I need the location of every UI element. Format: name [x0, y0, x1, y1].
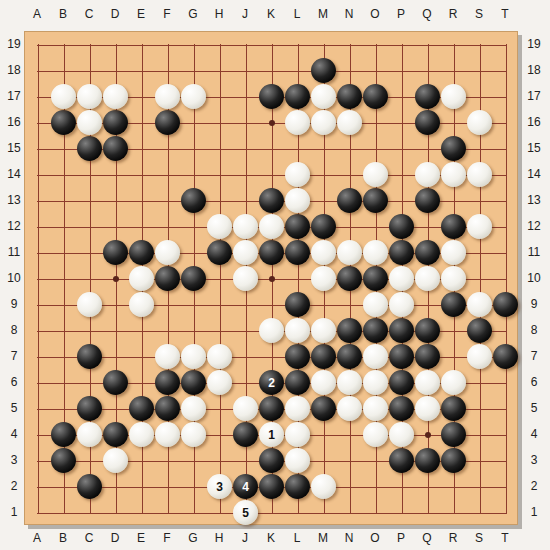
- white-stone[interactable]: [155, 422, 180, 447]
- white-stone[interactable]: [77, 110, 102, 135]
- coord-label-right: 4: [531, 427, 538, 441]
- move-number-label: 4: [233, 474, 258, 499]
- coord-label-left: 9: [11, 297, 18, 311]
- black-stone[interactable]: [51, 448, 76, 473]
- coord-label-left: 1: [11, 505, 18, 519]
- white-stone[interactable]: [415, 396, 440, 421]
- white-stone[interactable]: [467, 110, 492, 135]
- black-stone[interactable]: [389, 344, 414, 369]
- black-stone[interactable]: [441, 292, 466, 317]
- coord-label-top: D: [111, 7, 120, 21]
- black-stone[interactable]: [493, 344, 518, 369]
- coord-label-left: 15: [7, 141, 20, 155]
- black-stone[interactable]: [389, 396, 414, 421]
- white-stone[interactable]: [259, 214, 284, 239]
- black-stone[interactable]: [103, 136, 128, 161]
- black-stone[interactable]: [415, 84, 440, 109]
- coord-label-right: 11: [528, 245, 540, 259]
- white-stone[interactable]: [337, 370, 362, 395]
- black-stone[interactable]: [77, 474, 102, 499]
- black-stone[interactable]: [259, 188, 284, 213]
- go-board-diagram: 24135 AABBCCDDEEFFGGHHJJKKLLMMNNOOPPQQRR…: [0, 0, 550, 550]
- black-stone[interactable]: [181, 188, 206, 213]
- coord-label-bottom: F: [163, 531, 170, 545]
- coord-label-right: 6: [531, 375, 538, 389]
- coord-label-right: 17: [527, 89, 540, 103]
- coord-label-left: 12: [7, 219, 20, 233]
- coord-label-top: M: [318, 7, 328, 21]
- coord-label-right: 15: [527, 141, 540, 155]
- black-stone[interactable]: [363, 188, 388, 213]
- black-stone[interactable]: [285, 344, 310, 369]
- black-stone[interactable]: [441, 448, 466, 473]
- white-stone[interactable]: [285, 110, 310, 135]
- white-stone[interactable]: [389, 422, 414, 447]
- coord-label-top: E: [137, 7, 145, 21]
- white-stone[interactable]: [207, 344, 232, 369]
- white-stone[interactable]: [467, 344, 492, 369]
- coord-label-left: 4: [11, 427, 18, 441]
- coord-label-top: S: [475, 7, 483, 21]
- black-stone[interactable]: [311, 58, 336, 83]
- black-stone[interactable]: [415, 318, 440, 343]
- move-number-label: 2: [259, 370, 284, 395]
- coord-label-bottom: P: [397, 531, 405, 545]
- coord-label-top: L: [294, 7, 301, 21]
- white-stone[interactable]: [363, 344, 388, 369]
- go-board[interactable]: 24135: [24, 31, 518, 525]
- white-stone[interactable]: [285, 422, 310, 447]
- coord-label-left: 14: [7, 167, 20, 181]
- black-stone[interactable]: [389, 240, 414, 265]
- coord-label-left: 2: [11, 479, 18, 493]
- white-stone[interactable]: [181, 422, 206, 447]
- black-stone[interactable]: [415, 448, 440, 473]
- black-stone[interactable]: [337, 318, 362, 343]
- grid-line-vertical: [506, 44, 507, 514]
- black-stone[interactable]: [337, 84, 362, 109]
- black-stone[interactable]: [51, 422, 76, 447]
- white-stone[interactable]: [311, 266, 336, 291]
- black-stone[interactable]: [103, 370, 128, 395]
- coord-label-top: O: [370, 7, 379, 21]
- white-stone[interactable]: [441, 84, 466, 109]
- white-stone[interactable]: [467, 214, 492, 239]
- coord-label-bottom: G: [188, 531, 197, 545]
- coord-label-left: 3: [11, 453, 18, 467]
- black-stone[interactable]: [337, 266, 362, 291]
- white-stone[interactable]: [103, 448, 128, 473]
- black-stone[interactable]: [155, 110, 180, 135]
- coord-label-top: T: [501, 7, 508, 21]
- star-point: [113, 276, 119, 282]
- white-stone[interactable]: [77, 84, 102, 109]
- coord-label-right: 10: [527, 271, 540, 285]
- black-stone[interactable]: [441, 422, 466, 447]
- white-stone[interactable]: [129, 266, 154, 291]
- coord-label-bottom: L: [294, 531, 301, 545]
- white-stone[interactable]: [363, 240, 388, 265]
- black-stone[interactable]: [103, 240, 128, 265]
- coord-label-bottom: B: [59, 531, 67, 545]
- black-stone[interactable]: [259, 240, 284, 265]
- white-stone[interactable]: [233, 214, 258, 239]
- white-stone[interactable]: [415, 162, 440, 187]
- white-stone[interactable]: [389, 266, 414, 291]
- white-stone[interactable]: [77, 422, 102, 447]
- white-stone[interactable]: [441, 162, 466, 187]
- coord-label-left: 7: [11, 349, 18, 363]
- black-stone[interactable]: [415, 110, 440, 135]
- black-stone[interactable]: [389, 370, 414, 395]
- white-stone[interactable]: [415, 370, 440, 395]
- black-stone[interactable]: [51, 110, 76, 135]
- coord-label-right: 2: [531, 479, 538, 493]
- move-number-label: 3: [207, 474, 232, 499]
- black-stone[interactable]: [129, 396, 154, 421]
- star-point: [425, 432, 431, 438]
- coord-label-right: 18: [527, 63, 540, 77]
- black-stone[interactable]: [389, 318, 414, 343]
- black-stone[interactable]: [311, 344, 336, 369]
- white-stone[interactable]: [363, 292, 388, 317]
- white-stone[interactable]: [441, 370, 466, 395]
- coord-label-right: 13: [527, 193, 540, 207]
- star-point: [269, 120, 275, 126]
- white-stone[interactable]: [285, 188, 310, 213]
- white-stone[interactable]: [207, 370, 232, 395]
- coord-label-bottom: O: [370, 531, 379, 545]
- black-stone[interactable]: [363, 84, 388, 109]
- white-stone[interactable]: [441, 240, 466, 265]
- black-stone[interactable]: [103, 110, 128, 135]
- white-stone[interactable]: [233, 240, 258, 265]
- coord-label-bottom: T: [501, 531, 508, 545]
- white-stone[interactable]: [467, 292, 492, 317]
- black-stone[interactable]: 2: [259, 370, 284, 395]
- coord-label-right: 16: [527, 115, 540, 129]
- black-stone[interactable]: [467, 318, 492, 343]
- black-stone[interactable]: [233, 422, 258, 447]
- coord-label-bottom: A: [33, 531, 41, 545]
- white-stone[interactable]: 3: [207, 474, 232, 499]
- coord-label-left: 18: [7, 63, 20, 77]
- white-stone[interactable]: [155, 84, 180, 109]
- black-stone[interactable]: [285, 214, 310, 239]
- white-stone[interactable]: [155, 344, 180, 369]
- black-stone[interactable]: [285, 84, 310, 109]
- black-stone[interactable]: [337, 344, 362, 369]
- white-stone[interactable]: [363, 370, 388, 395]
- black-stone[interactable]: [441, 214, 466, 239]
- coord-label-left: 13: [7, 193, 20, 207]
- white-stone[interactable]: [233, 266, 258, 291]
- black-stone[interactable]: [415, 344, 440, 369]
- white-stone[interactable]: [363, 162, 388, 187]
- coord-label-bottom: J: [242, 531, 248, 545]
- coord-label-left: 6: [11, 375, 18, 389]
- white-stone[interactable]: [259, 318, 284, 343]
- black-stone[interactable]: [441, 396, 466, 421]
- coord-label-left: 8: [11, 323, 18, 337]
- black-stone[interactable]: [441, 136, 466, 161]
- white-stone[interactable]: [363, 396, 388, 421]
- black-stone[interactable]: [77, 136, 102, 161]
- black-stone[interactable]: [259, 474, 284, 499]
- star-point: [269, 276, 275, 282]
- coord-label-left: 16: [7, 115, 20, 129]
- white-stone[interactable]: [311, 318, 336, 343]
- white-stone[interactable]: [415, 266, 440, 291]
- white-stone[interactable]: [311, 110, 336, 135]
- coord-label-top: N: [345, 7, 354, 21]
- white-stone[interactable]: [337, 110, 362, 135]
- black-stone[interactable]: [337, 188, 362, 213]
- coord-label-right: 19: [527, 37, 540, 51]
- coord-label-right: 14: [527, 167, 540, 181]
- grid-line-horizontal: [37, 305, 507, 306]
- coord-label-bottom: C: [85, 531, 94, 545]
- move-number-label: 1: [259, 422, 284, 447]
- white-stone[interactable]: [129, 422, 154, 447]
- black-stone[interactable]: [181, 266, 206, 291]
- black-stone[interactable]: [389, 448, 414, 473]
- coord-label-bottom: E: [137, 531, 145, 545]
- black-stone[interactable]: [415, 240, 440, 265]
- coord-label-top: C: [85, 7, 94, 21]
- white-stone[interactable]: [441, 266, 466, 291]
- move-number-label: 5: [233, 500, 258, 525]
- black-stone[interactable]: [363, 318, 388, 343]
- black-stone[interactable]: 4: [233, 474, 258, 499]
- coord-label-right: 12: [527, 219, 540, 233]
- white-stone[interactable]: [311, 474, 336, 499]
- coord-label-right: 7: [531, 349, 538, 363]
- coord-label-left: 10: [7, 271, 20, 285]
- black-stone[interactable]: [311, 396, 336, 421]
- coord-label-right: 3: [531, 453, 538, 467]
- black-stone[interactable]: [493, 292, 518, 317]
- coord-label-right: 9: [531, 297, 538, 311]
- black-stone[interactable]: [285, 474, 310, 499]
- black-stone[interactable]: [129, 240, 154, 265]
- black-stone[interactable]: [77, 396, 102, 421]
- coord-label-bottom: K: [267, 531, 275, 545]
- white-stone[interactable]: [181, 396, 206, 421]
- white-stone[interactable]: [103, 84, 128, 109]
- white-stone[interactable]: [311, 370, 336, 395]
- black-stone[interactable]: [259, 448, 284, 473]
- black-stone[interactable]: [415, 188, 440, 213]
- coord-label-top: A: [33, 7, 41, 21]
- black-stone[interactable]: [363, 266, 388, 291]
- grid-line-horizontal: [37, 513, 507, 514]
- coord-label-left: 17: [7, 89, 20, 103]
- white-stone[interactable]: [285, 448, 310, 473]
- coord-label-left: 11: [8, 245, 20, 259]
- black-stone[interactable]: [155, 266, 180, 291]
- white-stone[interactable]: [285, 162, 310, 187]
- coord-label-left: 19: [7, 37, 20, 51]
- white-stone[interactable]: [181, 84, 206, 109]
- black-stone[interactable]: [259, 84, 284, 109]
- coord-label-top: K: [267, 7, 275, 21]
- coord-label-right: 1: [531, 505, 538, 519]
- black-stone[interactable]: [155, 370, 180, 395]
- black-stone[interactable]: [155, 396, 180, 421]
- coord-label-bottom: R: [449, 531, 458, 545]
- coord-label-bottom: S: [475, 531, 483, 545]
- white-stone[interactable]: [337, 396, 362, 421]
- coord-label-bottom: N: [345, 531, 354, 545]
- white-stone[interactable]: [129, 292, 154, 317]
- coord-label-bottom: H: [215, 531, 224, 545]
- black-stone[interactable]: [103, 422, 128, 447]
- white-stone[interactable]: 5: [233, 500, 258, 525]
- coord-label-top: B: [59, 7, 67, 21]
- coord-label-right: 5: [531, 401, 538, 415]
- black-stone[interactable]: [285, 240, 310, 265]
- black-stone[interactable]: [389, 214, 414, 239]
- white-stone[interactable]: [181, 344, 206, 369]
- coord-label-bottom: D: [111, 531, 120, 545]
- coord-label-bottom: M: [318, 531, 328, 545]
- coord-label-top: G: [188, 7, 197, 21]
- white-stone[interactable]: [363, 422, 388, 447]
- black-stone[interactable]: [285, 370, 310, 395]
- coord-label-right: 8: [531, 323, 538, 337]
- black-stone[interactable]: [207, 240, 232, 265]
- white-stone[interactable]: [311, 240, 336, 265]
- coord-label-top: Q: [422, 7, 431, 21]
- coord-label-left: 5: [11, 401, 18, 415]
- white-stone[interactable]: [467, 162, 492, 187]
- coord-label-top: R: [449, 7, 458, 21]
- white-stone[interactable]: [285, 318, 310, 343]
- white-stone[interactable]: [207, 214, 232, 239]
- coord-label-bottom: Q: [422, 531, 431, 545]
- white-stone[interactable]: [337, 240, 362, 265]
- white-stone[interactable]: 1: [259, 422, 284, 447]
- coord-label-top: H: [215, 7, 224, 21]
- coord-label-top: F: [163, 7, 170, 21]
- white-stone[interactable]: [285, 396, 310, 421]
- white-stone[interactable]: [233, 396, 258, 421]
- black-stone[interactable]: [285, 292, 310, 317]
- coord-label-top: P: [397, 7, 405, 21]
- black-stone[interactable]: [311, 214, 336, 239]
- black-stone[interactable]: [181, 370, 206, 395]
- white-stone[interactable]: [155, 240, 180, 265]
- white-stone[interactable]: [311, 84, 336, 109]
- coord-label-top: J: [242, 7, 248, 21]
- white-stone[interactable]: [389, 292, 414, 317]
- white-stone[interactable]: [51, 84, 76, 109]
- black-stone[interactable]: [77, 344, 102, 369]
- white-stone[interactable]: [77, 292, 102, 317]
- black-stone[interactable]: [259, 396, 284, 421]
